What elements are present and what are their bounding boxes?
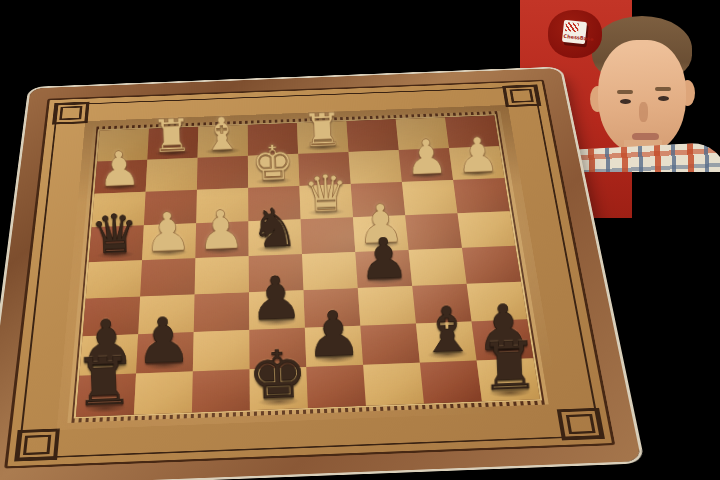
corner-knot-bottom-right bbox=[557, 408, 605, 441]
corner-knot-bottom-left bbox=[14, 428, 60, 461]
square-f6[interactable] bbox=[194, 292, 250, 332]
black-king[interactable]: ♚ bbox=[247, 344, 309, 409]
black-bishop[interactable]: ♝ bbox=[418, 300, 476, 362]
black-pawn[interactable]: ♟ bbox=[358, 231, 410, 286]
black-rook[interactable]: ♜ bbox=[73, 351, 135, 416]
black-pawn[interactable]: ♟ bbox=[248, 270, 303, 328]
square-d7[interactable]: ♟ bbox=[305, 326, 363, 367]
square-c5[interactable]: ♟ bbox=[355, 250, 412, 288]
square-g7[interactable]: ♟ bbox=[136, 332, 194, 374]
board-scene: ♜♝♜♟♚♟♟♛♛♟♟♞♟♟♟♟♟♟♝♟♜♚♜ bbox=[0, 0, 665, 480]
presenter-eye-right bbox=[658, 96, 669, 101]
square-e6[interactable]: ♟ bbox=[249, 290, 305, 330]
corner-knot-top-right bbox=[502, 84, 541, 107]
corner-knot-top-left bbox=[52, 102, 90, 125]
black-rook[interactable]: ♜ bbox=[479, 335, 541, 400]
square-g5[interactable] bbox=[140, 258, 195, 296]
square-h8[interactable]: ♜ bbox=[76, 374, 136, 417]
black-pawn[interactable]: ♟ bbox=[304, 304, 362, 366]
black-pawn[interactable]: ♟ bbox=[134, 311, 192, 373]
square-e8[interactable]: ♚ bbox=[250, 367, 308, 410]
presenter-eyebrow-right bbox=[655, 87, 671, 91]
square-a8[interactable]: ♜ bbox=[477, 358, 540, 401]
board-3d: ♜♝♜♟♚♟♟♛♛♟♟♞♟♟♟♟♟♟♝♟♜♚♜ bbox=[0, 68, 642, 480]
square-f7[interactable] bbox=[193, 330, 250, 371]
square-c7[interactable] bbox=[360, 324, 419, 365]
square-b7[interactable]: ♝ bbox=[416, 321, 477, 362]
video-frame: ChessBase ♜♝♜♟♚♟♟♛♛♟♟♞♟♟♟♟♟♟♝♟♜♚♜ bbox=[0, 0, 720, 480]
square-c6[interactable] bbox=[358, 286, 416, 326]
